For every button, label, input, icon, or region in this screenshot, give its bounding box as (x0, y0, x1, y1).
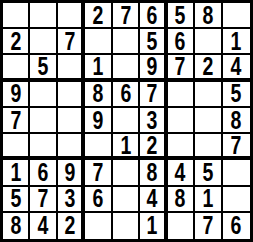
given-digit: 7 (202, 213, 213, 238)
given-digit: 6 (147, 3, 158, 28)
cell-r2c3[interactable]: 7 (58, 29, 85, 55)
given-digit: 9 (147, 55, 158, 79)
cell-r2c9[interactable]: 1 (223, 29, 250, 55)
cell-r5c6[interactable]: 3 (140, 108, 167, 134)
given-digit: 8 (10, 213, 21, 238)
given-digit: 7 (175, 55, 186, 79)
cell-r9c5[interactable] (113, 213, 140, 239)
cell-r2c2[interactable] (30, 29, 57, 55)
given-digit: 7 (147, 82, 158, 107)
given-digit: 8 (147, 160, 158, 185)
cell-r7c7[interactable]: 4 (168, 160, 195, 186)
given-digit: 1 (231, 29, 242, 54)
cell-r7c2[interactable]: 6 (30, 160, 57, 186)
cell-r2c7[interactable]: 6 (168, 29, 195, 55)
cell-r9c9[interactable]: 6 (223, 213, 250, 239)
cell-r8c8[interactable]: 1 (195, 187, 222, 213)
cell-r3c4[interactable]: 1 (85, 55, 112, 81)
cell-r9c8[interactable]: 7 (195, 213, 222, 239)
cell-r1c1[interactable] (3, 3, 30, 29)
cell-r4c3[interactable] (58, 82, 85, 108)
cell-r2c8[interactable] (195, 29, 222, 55)
cell-r8c7[interactable]: 8 (168, 187, 195, 213)
cell-r4c7[interactable] (168, 82, 195, 108)
given-digit: 3 (64, 187, 75, 212)
cell-r3c8[interactable]: 2 (195, 55, 222, 81)
given-digit: 6 (231, 213, 242, 238)
cell-r4c1[interactable]: 9 (3, 82, 30, 108)
given-digit: 6 (120, 82, 131, 107)
cell-r4c6[interactable]: 7 (140, 82, 167, 108)
cell-r5c9[interactable]: 8 (223, 108, 250, 134)
given-digit: 5 (10, 187, 21, 212)
cell-r3c9[interactable]: 4 (223, 55, 250, 81)
cell-r9c3[interactable]: 2 (58, 213, 85, 239)
cell-r8c3[interactable]: 3 (58, 187, 85, 213)
cell-r5c3[interactable] (58, 108, 85, 134)
given-digit: 5 (202, 160, 213, 185)
cell-r9c1[interactable]: 8 (3, 213, 30, 239)
given-digit: 4 (147, 187, 158, 212)
given-digit: 2 (202, 55, 213, 79)
cell-r3c5[interactable] (113, 55, 140, 81)
given-digit: 1 (147, 213, 158, 238)
cell-r9c4[interactable] (85, 213, 112, 239)
given-digit: 1 (202, 187, 213, 212)
cell-r8c9[interactable] (223, 187, 250, 213)
cell-r5c2[interactable] (30, 108, 57, 134)
cell-r4c5[interactable]: 6 (113, 82, 140, 108)
cell-r5c5[interactable] (113, 108, 140, 134)
cell-r1c7[interactable]: 5 (168, 3, 195, 29)
given-digit: 4 (38, 213, 49, 238)
cell-r7c1[interactable]: 1 (3, 160, 30, 186)
cell-r2c6[interactable]: 5 (140, 29, 167, 55)
given-digit: 6 (38, 160, 49, 185)
given-digit: 4 (175, 160, 186, 185)
cell-r1c5[interactable]: 7 (113, 3, 140, 29)
cell-r8c6[interactable]: 4 (140, 187, 167, 213)
given-digit: 8 (202, 3, 213, 28)
cell-r6c8[interactable] (195, 134, 222, 160)
cell-r6c6[interactable]: 2 (140, 134, 167, 160)
cell-r1c9[interactable] (223, 3, 250, 29)
cell-r6c3[interactable] (58, 134, 85, 160)
cell-r7c4[interactable]: 7 (85, 160, 112, 186)
cell-r2c5[interactable] (113, 29, 140, 55)
cell-r4c2[interactable] (30, 82, 57, 108)
given-digit: 8 (93, 82, 104, 107)
cell-r1c2[interactable] (30, 3, 57, 29)
given-digit: 7 (93, 160, 104, 185)
given-digit: 1 (120, 134, 131, 158)
cell-r9c7[interactable] (168, 213, 195, 239)
cell-r3c2[interactable]: 5 (30, 55, 57, 81)
cell-r7c8[interactable]: 5 (195, 160, 222, 186)
given-digit: 9 (93, 108, 104, 133)
cell-r8c2[interactable]: 7 (30, 187, 57, 213)
given-digit: 9 (10, 82, 21, 107)
given-digit: 2 (64, 213, 75, 238)
cell-r8c1[interactable]: 5 (3, 187, 30, 213)
cell-r8c4[interactable]: 6 (85, 187, 112, 213)
cell-r6c7[interactable] (168, 134, 195, 160)
cell-r6c1[interactable] (3, 134, 30, 160)
given-digit: 1 (93, 55, 104, 79)
given-digit: 2 (147, 134, 158, 158)
cell-r8c5[interactable] (113, 187, 140, 213)
cell-r7c9[interactable] (223, 160, 250, 186)
given-digit: 6 (93, 187, 104, 212)
given-digit: 7 (10, 108, 21, 133)
given-digit: 7 (231, 134, 242, 158)
cell-r5c7[interactable] (168, 108, 195, 134)
cell-r9c2[interactable]: 4 (30, 213, 57, 239)
cell-r4c4[interactable]: 8 (85, 82, 112, 108)
cell-r1c3[interactable] (58, 3, 85, 29)
given-digit: 5 (147, 29, 158, 54)
given-digit: 2 (10, 29, 21, 54)
given-digit: 9 (64, 160, 75, 185)
given-digit: 8 (231, 108, 242, 133)
cell-r3c6[interactable]: 9 (140, 55, 167, 81)
given-digit: 5 (175, 3, 186, 28)
cell-r3c1[interactable] (3, 55, 30, 81)
given-digit: 3 (147, 108, 158, 133)
sudoku-board: 2765827561519724986757938127169784557364… (0, 0, 253, 242)
cell-r6c5[interactable]: 1 (113, 134, 140, 160)
cell-r7c5[interactable] (113, 160, 140, 186)
cell-r1c4[interactable]: 2 (85, 3, 112, 29)
cell-r1c8[interactable]: 8 (195, 3, 222, 29)
cell-r5c8[interactable] (195, 108, 222, 134)
given-digit: 5 (231, 82, 242, 107)
cell-r1c6[interactable]: 6 (140, 3, 167, 29)
given-digit: 6 (175, 29, 186, 54)
cell-r7c3[interactable]: 9 (58, 160, 85, 186)
given-digit: 2 (93, 3, 104, 28)
cell-r3c7[interactable]: 7 (168, 55, 195, 81)
cell-r2c4[interactable] (85, 29, 112, 55)
cell-r3c3[interactable] (58, 55, 85, 81)
given-digit: 7 (64, 29, 75, 54)
given-digit: 4 (231, 55, 242, 79)
given-digit: 5 (38, 55, 49, 79)
cell-r6c9[interactable]: 7 (223, 134, 250, 160)
given-digit: 7 (120, 3, 131, 28)
cell-r6c4[interactable] (85, 134, 112, 160)
given-digit: 1 (10, 160, 21, 185)
cell-r5c4[interactable]: 9 (85, 108, 112, 134)
cell-r4c9[interactable]: 5 (223, 82, 250, 108)
cell-r7c6[interactable]: 8 (140, 160, 167, 186)
cell-r2c1[interactable]: 2 (3, 29, 30, 55)
cell-r4c8[interactable] (195, 82, 222, 108)
cell-r5c1[interactable]: 7 (3, 108, 30, 134)
cell-r9c6[interactable]: 1 (140, 213, 167, 239)
given-digit: 7 (38, 187, 49, 212)
given-digit: 8 (175, 187, 186, 212)
cell-r6c2[interactable] (30, 134, 57, 160)
